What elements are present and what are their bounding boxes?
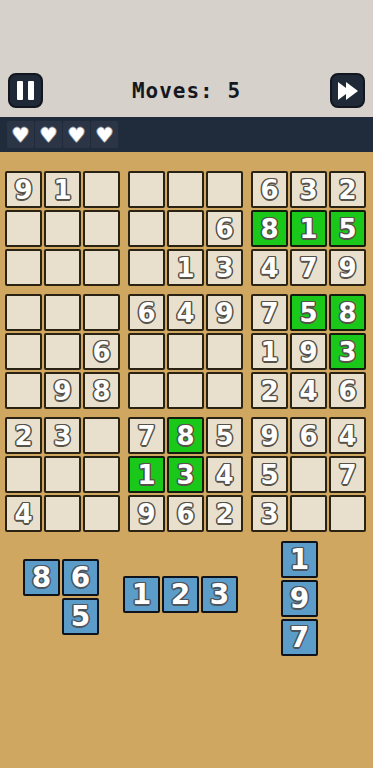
cell-r3c2[interactable] xyxy=(44,249,81,286)
cell-r8c1[interactable] xyxy=(5,456,42,493)
cell-r3c9[interactable]: 9 xyxy=(329,249,366,286)
piece-a-tile-6[interactable]: 6 xyxy=(62,559,99,596)
cell-r1c9[interactable]: 2 xyxy=(329,171,366,208)
piece-a-tile-5[interactable]: 5 xyxy=(62,598,99,635)
block-2-2: 649 xyxy=(128,294,243,409)
cell-r6c3[interactable]: 8 xyxy=(83,372,120,409)
header-bar: Moves: 5 xyxy=(0,0,373,117)
cell-r2c1[interactable] xyxy=(5,210,42,247)
cell-r2c7[interactable]: 8 xyxy=(251,210,288,247)
cell-r3c3[interactable] xyxy=(83,249,120,286)
hearts-list: ♥♥♥♥ xyxy=(7,121,118,148)
moves-value: 5 xyxy=(227,79,241,103)
cell-r6c4[interactable] xyxy=(128,372,165,409)
block-1-1: 91 xyxy=(5,171,120,286)
moves-label: Moves: xyxy=(132,79,214,103)
cell-r4c8[interactable]: 5 xyxy=(290,294,327,331)
piece-c-tile-7[interactable]: 7 xyxy=(281,619,318,656)
piece-b-tile-3[interactable]: 3 xyxy=(201,576,238,613)
cell-r7c9[interactable]: 4 xyxy=(329,417,366,454)
cell-r4c2[interactable] xyxy=(44,294,81,331)
piece-c-tile-1[interactable]: 1 xyxy=(281,541,318,578)
piece-b-tile-2[interactable]: 2 xyxy=(162,576,199,613)
cell-r9c9[interactable] xyxy=(329,495,366,532)
cell-r1c6[interactable] xyxy=(206,171,243,208)
cell-r9c4[interactable]: 9 xyxy=(128,495,165,532)
heart-slot: ♥ xyxy=(91,121,118,148)
heart-slot: ♥ xyxy=(7,121,34,148)
cell-r5c6[interactable] xyxy=(206,333,243,370)
cell-r8c9[interactable]: 7 xyxy=(329,456,366,493)
cell-r1c3[interactable] xyxy=(83,171,120,208)
cell-r6c1[interactable] xyxy=(5,372,42,409)
cell-r9c6[interactable]: 2 xyxy=(206,495,243,532)
cell-r9c1[interactable]: 4 xyxy=(5,495,42,532)
block-1-2: 613 xyxy=(128,171,243,286)
piece-a-tile-8[interactable]: 8 xyxy=(23,559,60,596)
cell-r7c4[interactable]: 7 xyxy=(128,417,165,454)
cell-r5c9[interactable]: 3 xyxy=(329,333,366,370)
cell-r2c3[interactable] xyxy=(83,210,120,247)
cell-r9c2[interactable] xyxy=(44,495,81,532)
cell-r3c6[interactable]: 3 xyxy=(206,249,243,286)
cell-r7c6[interactable]: 5 xyxy=(206,417,243,454)
cell-r2c5[interactable] xyxy=(167,210,204,247)
cell-r5c7[interactable]: 1 xyxy=(251,333,288,370)
lives-bar: ♥♥♥♥ xyxy=(0,117,373,152)
cell-r7c2[interactable]: 3 xyxy=(44,417,81,454)
block-3-1: 234 xyxy=(5,417,120,532)
cell-r5c3[interactable]: 6 xyxy=(83,333,120,370)
cell-r1c1[interactable]: 9 xyxy=(5,171,42,208)
cell-r6c8[interactable]: 4 xyxy=(290,372,327,409)
cell-r2c9[interactable]: 5 xyxy=(329,210,366,247)
fast-forward-icon xyxy=(338,82,358,100)
cell-r3c7[interactable]: 4 xyxy=(251,249,288,286)
piece-b[interactable]: 123 xyxy=(123,576,238,613)
cell-r8c5[interactable]: 3 xyxy=(167,456,204,493)
cell-r6c5[interactable] xyxy=(167,372,204,409)
cell-r5c2[interactable] xyxy=(44,333,81,370)
cell-r3c8[interactable]: 7 xyxy=(290,249,327,286)
cell-r6c6[interactable] xyxy=(206,372,243,409)
block-2-1: 698 xyxy=(5,294,120,409)
cell-r4c4[interactable]: 6 xyxy=(128,294,165,331)
cell-r3c5[interactable]: 1 xyxy=(167,249,204,286)
cell-r1c4[interactable] xyxy=(128,171,165,208)
heart-icon: ♥ xyxy=(96,125,114,145)
cell-r1c8[interactable]: 3 xyxy=(290,171,327,208)
heart-slot: ♥ xyxy=(35,121,62,148)
cell-r7c8[interactable]: 6 xyxy=(290,417,327,454)
cell-r7c5[interactable]: 8 xyxy=(167,417,204,454)
cell-r4c1[interactable] xyxy=(5,294,42,331)
cell-r8c2[interactable] xyxy=(44,456,81,493)
cell-r8c7[interactable]: 5 xyxy=(251,456,288,493)
cell-r6c9[interactable]: 6 xyxy=(329,372,366,409)
heart-icon: ♥ xyxy=(40,125,58,145)
cell-r5c8[interactable]: 9 xyxy=(290,333,327,370)
piece-a[interactable]: 865 xyxy=(23,559,99,635)
cell-r4c3[interactable] xyxy=(83,294,120,331)
moves-counter: Moves: 5 xyxy=(0,77,373,105)
piece-c[interactable]: 197 xyxy=(281,541,318,656)
cell-r8c3[interactable] xyxy=(83,456,120,493)
cell-r5c5[interactable] xyxy=(167,333,204,370)
cell-r8c6[interactable]: 4 xyxy=(206,456,243,493)
piece-b-tile-1[interactable]: 1 xyxy=(123,576,160,613)
cell-r9c7[interactable]: 3 xyxy=(251,495,288,532)
sudoku-board: 9161363281547969864975819324623478513496… xyxy=(5,171,366,532)
block-3-3: 964573 xyxy=(251,417,366,532)
fast-forward-button[interactable] xyxy=(330,73,365,108)
block-1-3: 632815479 xyxy=(251,171,366,286)
cell-r4c7[interactable]: 7 xyxy=(251,294,288,331)
cell-r9c5[interactable]: 6 xyxy=(167,495,204,532)
game-screen: Moves: 5 ♥♥♥♥ 91613632815479698649758193… xyxy=(0,0,373,768)
heart-icon: ♥ xyxy=(68,125,86,145)
cell-r6c2[interactable]: 9 xyxy=(44,372,81,409)
heart-icon: ♥ xyxy=(12,125,30,145)
cell-r8c4[interactable]: 1 xyxy=(128,456,165,493)
cell-r5c1[interactable] xyxy=(5,333,42,370)
cell-r3c4[interactable] xyxy=(128,249,165,286)
cell-r4c9[interactable]: 8 xyxy=(329,294,366,331)
block-3-2: 785134962 xyxy=(128,417,243,532)
cell-r7c7[interactable]: 9 xyxy=(251,417,288,454)
cell-r4c6[interactable]: 9 xyxy=(206,294,243,331)
cell-r4c5[interactable]: 4 xyxy=(167,294,204,331)
cell-r5c4[interactable] xyxy=(128,333,165,370)
cell-r1c5[interactable] xyxy=(167,171,204,208)
cell-r7c3[interactable] xyxy=(83,417,120,454)
cell-r2c4[interactable] xyxy=(128,210,165,247)
cell-r3c1[interactable] xyxy=(5,249,42,286)
cell-r2c6[interactable]: 6 xyxy=(206,210,243,247)
piece-c-tile-9[interactable]: 9 xyxy=(281,580,318,617)
cell-r2c8[interactable]: 1 xyxy=(290,210,327,247)
cell-r9c3[interactable] xyxy=(83,495,120,532)
cell-r1c7[interactable]: 6 xyxy=(251,171,288,208)
cell-r8c8[interactable] xyxy=(290,456,327,493)
heart-slot: ♥ xyxy=(63,121,90,148)
block-2-3: 758193246 xyxy=(251,294,366,409)
cell-r7c1[interactable]: 2 xyxy=(5,417,42,454)
cell-r9c8[interactable] xyxy=(290,495,327,532)
cell-r1c2[interactable]: 1 xyxy=(44,171,81,208)
cell-r2c2[interactable] xyxy=(44,210,81,247)
cell-r6c7[interactable]: 2 xyxy=(251,372,288,409)
